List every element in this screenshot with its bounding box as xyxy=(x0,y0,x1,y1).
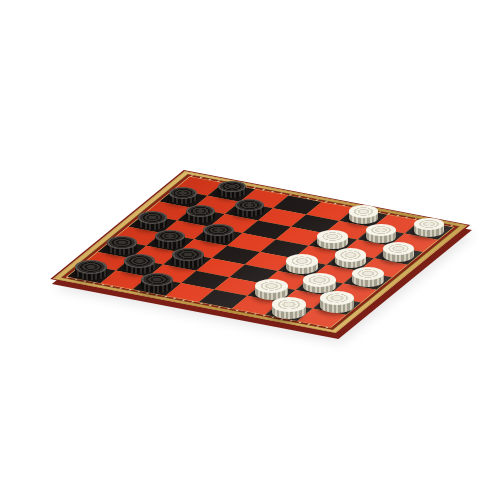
piece-top-face xyxy=(272,297,306,311)
piece-top-face xyxy=(349,205,378,217)
piece-top-face xyxy=(203,224,233,237)
checker-piece-white[interactable] xyxy=(320,291,354,312)
checker-piece-black[interactable] xyxy=(235,199,264,217)
piece-top-face xyxy=(107,236,138,249)
checker-piece-white[interactable] xyxy=(352,267,384,287)
checker-piece-white[interactable] xyxy=(383,242,414,262)
checker-piece-black[interactable] xyxy=(141,273,174,294)
checker-piece-white[interactable] xyxy=(414,218,444,237)
checker-piece-black[interactable] xyxy=(169,187,197,205)
checker-piece-white[interactable] xyxy=(366,224,396,243)
piece-top-face xyxy=(169,187,197,199)
checker-piece-black[interactable] xyxy=(172,248,203,268)
product-photo-stage xyxy=(0,0,500,500)
checker-piece-white[interactable] xyxy=(349,205,378,223)
piece-top-face xyxy=(138,211,167,223)
checker-piece-white[interactable] xyxy=(335,248,366,268)
checker-piece-white[interactable] xyxy=(286,254,318,274)
checker-piece-black[interactable] xyxy=(218,181,246,199)
checker-piece-black[interactable] xyxy=(138,211,167,230)
piece-top-face xyxy=(75,260,107,273)
piece-top-face xyxy=(286,254,318,267)
checker-piece-black[interactable] xyxy=(124,254,156,274)
piece-top-face xyxy=(317,230,347,243)
piece-top-face xyxy=(172,248,203,261)
checker-piece-black[interactable] xyxy=(107,236,138,255)
checker-piece-black[interactable] xyxy=(75,260,107,280)
piece-top-face xyxy=(335,248,366,261)
checker-piece-white[interactable] xyxy=(317,230,347,249)
piece-top-face xyxy=(218,181,246,193)
checker-piece-black[interactable] xyxy=(186,205,215,223)
piece-top-face xyxy=(255,279,288,293)
checker-piece-black[interactable] xyxy=(155,230,185,249)
checker-piece-white[interactable] xyxy=(272,297,306,318)
piece-top-face xyxy=(235,199,264,211)
piece-top-face xyxy=(303,273,336,287)
piece-top-face xyxy=(124,254,156,267)
checker-piece-black[interactable] xyxy=(203,224,233,243)
